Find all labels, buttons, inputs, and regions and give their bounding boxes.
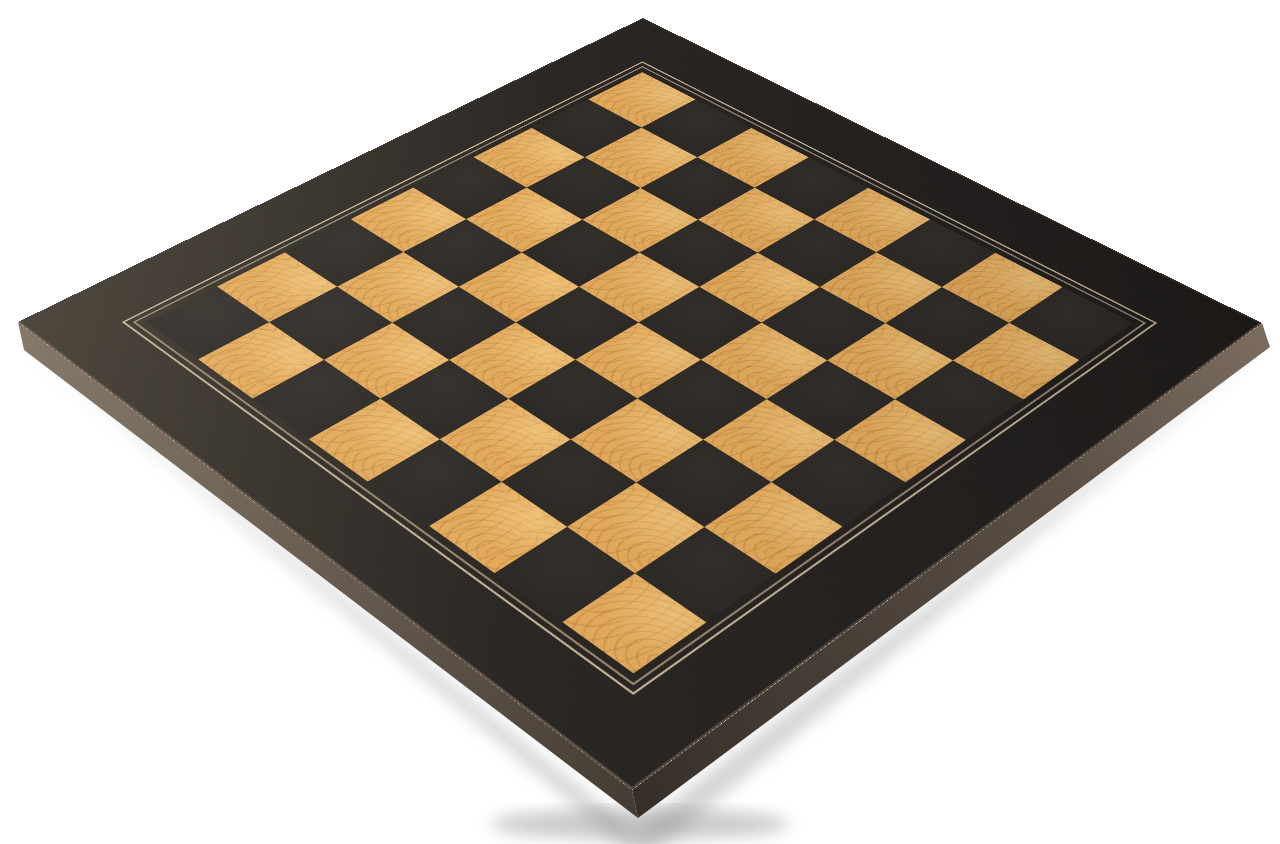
product-photo-scene xyxy=(0,0,1280,844)
